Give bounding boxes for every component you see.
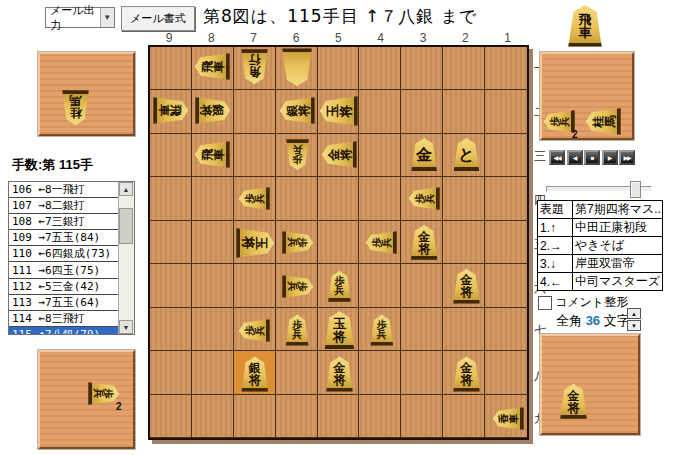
mail-output-label: メール出力 bbox=[50, 3, 100, 33]
square-9-8[interactable] bbox=[150, 351, 192, 394]
player-name-2: やきそば bbox=[573, 237, 663, 255]
square-1-4[interactable] bbox=[485, 177, 527, 220]
square-6-9[interactable] bbox=[276, 395, 318, 438]
square-3-8[interactable] bbox=[401, 351, 443, 394]
col-label-3: 3 bbox=[402, 31, 444, 45]
square-6-8[interactable] bbox=[276, 351, 318, 394]
square-4-3[interactable] bbox=[359, 134, 401, 177]
square-8-7[interactable] bbox=[192, 308, 234, 351]
move-slider[interactable] bbox=[546, 186, 652, 192]
move-row[interactable]: 112 ←5三金(42) bbox=[9, 279, 118, 295]
move-row[interactable]: 110 ←6四銀成(73) bbox=[9, 246, 118, 262]
col-label-5: 5 bbox=[317, 31, 359, 45]
square-9-6[interactable] bbox=[150, 264, 192, 307]
square-1-1[interactable] bbox=[485, 47, 527, 90]
player-seat-4: 4.← bbox=[538, 273, 573, 291]
square-9-7[interactable] bbox=[150, 308, 192, 351]
square-3-9[interactable] bbox=[401, 395, 443, 438]
square-7-9[interactable] bbox=[234, 395, 276, 438]
square-5-1[interactable] bbox=[318, 47, 360, 90]
move-counter-label: 手数:第 115手 bbox=[12, 156, 93, 174]
char-count-label: 全角 36 文字 bbox=[556, 312, 630, 330]
square-7-3[interactable] bbox=[234, 134, 276, 177]
move-list[interactable]: 106 ←8一飛打107 →8二銀打108 ←7三銀打109 →7五玉(84)1… bbox=[8, 181, 135, 335]
char-count-pre: 全角 bbox=[556, 313, 582, 328]
move-row[interactable]: 106 ←8一飛打 bbox=[9, 182, 118, 198]
comment-format-row: コメント整形 bbox=[538, 294, 628, 311]
player-seat-2: 2.→ bbox=[538, 237, 573, 255]
move-row[interactable]: 111 →6四玉(75) bbox=[9, 262, 118, 278]
square-2-2[interactable] bbox=[443, 90, 485, 133]
move-row[interactable]: 113 →7五玉(64) bbox=[9, 295, 118, 311]
capture-tray-top-right[interactable]: 歩兵2桂馬 bbox=[540, 52, 634, 140]
move-row[interactable]: 109 →7五玉(84) bbox=[9, 230, 118, 246]
scroll-down-button[interactable]: ▼ bbox=[119, 320, 133, 334]
scroll-thumb[interactable] bbox=[119, 208, 133, 244]
piece-桂馬[interactable]: 桂馬 bbox=[586, 108, 621, 135]
square-2-4[interactable] bbox=[443, 177, 485, 220]
square-9-5[interactable] bbox=[150, 221, 192, 264]
square-1-5[interactable] bbox=[485, 221, 527, 264]
playback-stop-button[interactable]: ■ bbox=[584, 150, 600, 165]
player-name-1: 中田正康初段 bbox=[573, 219, 663, 237]
move-row[interactable]: 108 ←7三銀打 bbox=[9, 214, 118, 230]
square-9-4[interactable] bbox=[150, 177, 192, 220]
move-row[interactable]: 114 ←8三飛打 bbox=[9, 311, 118, 327]
figure-title: 第8図は、115手目 ↑７八銀 まで bbox=[203, 5, 478, 28]
square-2-1[interactable] bbox=[443, 47, 485, 90]
spinner-up-button[interactable]: ▲ bbox=[627, 308, 641, 319]
slider-thumb[interactable] bbox=[630, 181, 641, 198]
row-label-3: 三 bbox=[533, 148, 547, 165]
chevron-down-icon: ▼ bbox=[100, 8, 114, 27]
move-list-rows[interactable]: 106 ←8一飛打107 →8二銀打108 ←7三銀打109 →7五玉(84)1… bbox=[9, 182, 118, 334]
col-label-8: 8 bbox=[190, 31, 232, 45]
square-9-9[interactable] bbox=[150, 395, 192, 438]
capture-count: 2 bbox=[572, 129, 578, 140]
spinner-down-button[interactable]: ▼ bbox=[627, 320, 641, 331]
square-2-7[interactable] bbox=[443, 308, 485, 351]
player-seat-1: 1.↑ bbox=[538, 219, 573, 237]
players-table: 表題第7期四将マス...1.↑中田正康初段2.→やきそば3.↓岸亜双雷帝4.←中… bbox=[537, 200, 663, 291]
square-8-5[interactable] bbox=[192, 221, 234, 264]
scroll-up-button[interactable]: ▲ bbox=[119, 182, 133, 196]
col-label-1: 1 bbox=[487, 31, 529, 45]
square-9-1[interactable] bbox=[150, 47, 192, 90]
square-8-6[interactable] bbox=[192, 264, 234, 307]
capture-tray-top-left[interactable]: 桂馬 bbox=[38, 52, 135, 136]
char-count-value: 36 bbox=[586, 313, 600, 328]
player-name-3: 岸亜双雷帝 bbox=[573, 255, 663, 273]
player-seat-0: 表題 bbox=[538, 201, 573, 219]
square-4-9[interactable] bbox=[359, 395, 401, 438]
col-label-9: 9 bbox=[148, 31, 190, 45]
char-count-post: 文字 bbox=[604, 313, 630, 328]
piece-歩兵[interactable]: 歩兵 bbox=[88, 382, 119, 405]
square-5-9[interactable] bbox=[318, 395, 360, 438]
square-3-1[interactable] bbox=[401, 47, 443, 90]
player-name-0: 第7期四将マス... bbox=[573, 201, 663, 219]
playback-back-button[interactable]: ◀ bbox=[567, 150, 583, 165]
square-3-6[interactable] bbox=[401, 264, 443, 307]
col-label-2: 2 bbox=[444, 31, 486, 45]
mail-format-button[interactable]: メール書式 bbox=[121, 6, 195, 31]
char-count-spinner: ▲ ▼ bbox=[627, 308, 641, 332]
player-name-4: 中司マスターズ bbox=[573, 273, 663, 291]
square-4-8[interactable] bbox=[359, 351, 401, 394]
square-4-1[interactable] bbox=[359, 47, 401, 90]
square-1-8[interactable] bbox=[485, 351, 527, 394]
mail-output-dropdown[interactable]: メール出力 ▼ bbox=[45, 7, 115, 28]
square-4-2[interactable] bbox=[359, 90, 401, 133]
square-6-4[interactable] bbox=[276, 177, 318, 220]
mail-format-label: メール書式 bbox=[130, 11, 186, 26]
piece-金将[interactable]: 金将 bbox=[560, 384, 587, 419]
square-8-9[interactable] bbox=[192, 395, 234, 438]
capture-tray-bottom-left[interactable]: 歩兵2 bbox=[38, 350, 135, 449]
comment-format-label: コメント整形 bbox=[555, 294, 628, 311]
comment-format-checkbox[interactable] bbox=[538, 296, 552, 310]
square-7-6[interactable] bbox=[234, 264, 276, 307]
move-row[interactable]: 107 →8二銀打 bbox=[9, 198, 118, 214]
playback-rewind-button[interactable]: ◀◀ bbox=[549, 150, 565, 165]
square-5-4[interactable] bbox=[318, 177, 360, 220]
square-1-7[interactable] bbox=[485, 308, 527, 351]
square-1-6[interactable] bbox=[485, 264, 527, 307]
col-label-6: 6 bbox=[275, 31, 317, 45]
square-1-3[interactable] bbox=[485, 134, 527, 177]
playback-fast-forward-button[interactable]: ▶▶ bbox=[619, 150, 635, 165]
capture-tray-bottom-right[interactable]: 金将 bbox=[540, 334, 640, 435]
square-3-2[interactable] bbox=[401, 90, 443, 133]
square-9-3[interactable] bbox=[150, 134, 192, 177]
square-8-4[interactable] bbox=[192, 177, 234, 220]
col-label-4: 4 bbox=[360, 31, 402, 45]
square-1-2[interactable] bbox=[485, 90, 527, 133]
piece-歩兵[interactable]: 歩兵 bbox=[544, 110, 575, 133]
square-2-9[interactable] bbox=[443, 395, 485, 438]
square-4-6[interactable] bbox=[359, 264, 401, 307]
square-3-7[interactable] bbox=[401, 308, 443, 351]
square-4-4[interactable] bbox=[359, 177, 401, 220]
square-7-2[interactable] bbox=[234, 90, 276, 133]
square-2-5[interactable] bbox=[443, 221, 485, 264]
player-seat-3: 3.↓ bbox=[538, 255, 573, 273]
col-label-7: 7 bbox=[233, 31, 275, 45]
app-window: { "game": "四人将棋 (four-player shogi, 9x9)… bbox=[0, 0, 674, 455]
piece-飛車[interactable]: 飛車 bbox=[568, 5, 602, 47]
move-list-scrollbar[interactable]: ▲ ▼ bbox=[118, 182, 134, 334]
square-8-8[interactable] bbox=[192, 351, 234, 394]
piece-桂馬[interactable]: 桂馬 bbox=[62, 90, 89, 125]
capture-count: 2 bbox=[116, 401, 122, 412]
square-5-5[interactable] bbox=[318, 221, 360, 264]
playback-forward-button[interactable]: ▶ bbox=[602, 150, 618, 165]
move-row-selected[interactable]: 115 ↑7八銀(79) bbox=[9, 327, 118, 334]
